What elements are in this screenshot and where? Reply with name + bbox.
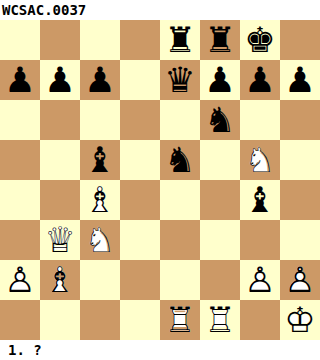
square-f7[interactable]: ♟: [200, 60, 240, 100]
square-e3[interactable]: [160, 220, 200, 260]
black-rook: ♜: [200, 20, 240, 60]
black-pawn: ♟: [280, 60, 320, 100]
square-e2[interactable]: [160, 260, 200, 300]
puzzle-id: WCSAC.0037: [0, 0, 320, 20]
square-e6[interactable]: [160, 100, 200, 140]
square-c6[interactable]: [80, 100, 120, 140]
square-h3[interactable]: [280, 220, 320, 260]
square-a5[interactable]: [0, 140, 40, 180]
square-a2[interactable]: ♟♙: [0, 260, 40, 300]
square-a1[interactable]: [0, 300, 40, 340]
square-g1[interactable]: [240, 300, 280, 340]
square-h1[interactable]: ♚♔: [280, 300, 320, 340]
square-g6[interactable]: [240, 100, 280, 140]
square-g4[interactable]: ♝: [240, 180, 280, 220]
square-d4[interactable]: [120, 180, 160, 220]
white-knight: ♞♘: [240, 140, 280, 180]
square-a7[interactable]: ♟: [0, 60, 40, 100]
move-prompt: 1. ?: [0, 340, 320, 360]
square-d2[interactable]: [120, 260, 160, 300]
square-c1[interactable]: [80, 300, 120, 340]
white-rook: ♜♖: [200, 300, 240, 340]
white-pawn: ♟♙: [0, 260, 40, 300]
square-d1[interactable]: [120, 300, 160, 340]
square-b8[interactable]: [40, 20, 80, 60]
square-a8[interactable]: [0, 20, 40, 60]
black-knight: ♞: [160, 140, 200, 180]
black-king: ♚: [240, 20, 280, 60]
square-d8[interactable]: [120, 20, 160, 60]
white-rook: ♜♖: [160, 300, 200, 340]
square-c7[interactable]: ♟: [80, 60, 120, 100]
square-f2[interactable]: [200, 260, 240, 300]
black-rook: ♜: [160, 20, 200, 60]
square-e7[interactable]: ♛: [160, 60, 200, 100]
square-b2[interactable]: ♝♗: [40, 260, 80, 300]
square-g7[interactable]: ♟: [240, 60, 280, 100]
square-h6[interactable]: [280, 100, 320, 140]
square-f4[interactable]: [200, 180, 240, 220]
square-f3[interactable]: [200, 220, 240, 260]
square-a3[interactable]: [0, 220, 40, 260]
square-a4[interactable]: [0, 180, 40, 220]
square-g5[interactable]: ♞♘: [240, 140, 280, 180]
square-f6[interactable]: ♞: [200, 100, 240, 140]
square-c2[interactable]: [80, 260, 120, 300]
square-b1[interactable]: [40, 300, 80, 340]
square-e4[interactable]: [160, 180, 200, 220]
square-g8[interactable]: ♚: [240, 20, 280, 60]
square-h8[interactable]: [280, 20, 320, 60]
black-queen: ♛: [160, 60, 200, 100]
square-f8[interactable]: ♜: [200, 20, 240, 60]
square-f1[interactable]: ♜♖: [200, 300, 240, 340]
square-d3[interactable]: [120, 220, 160, 260]
square-h2[interactable]: ♟♙: [280, 260, 320, 300]
square-e8[interactable]: ♜: [160, 20, 200, 60]
black-knight: ♞: [200, 100, 240, 140]
square-b4[interactable]: [40, 180, 80, 220]
white-pawn: ♟♙: [280, 260, 320, 300]
square-c8[interactable]: [80, 20, 120, 60]
white-knight: ♞♘: [80, 220, 120, 260]
square-a6[interactable]: [0, 100, 40, 140]
square-d6[interactable]: [120, 100, 160, 140]
square-c3[interactable]: ♞♘: [80, 220, 120, 260]
square-f5[interactable]: [200, 140, 240, 180]
black-bishop: ♝: [240, 180, 280, 220]
square-g3[interactable]: [240, 220, 280, 260]
square-h7[interactable]: ♟: [280, 60, 320, 100]
black-pawn: ♟: [0, 60, 40, 100]
square-e5[interactable]: ♞: [160, 140, 200, 180]
black-pawn: ♟: [80, 60, 120, 100]
black-pawn: ♟: [240, 60, 280, 100]
black-bishop: ♝: [80, 140, 120, 180]
white-pawn: ♟♙: [240, 260, 280, 300]
white-queen: ♛♕: [40, 220, 80, 260]
square-b5[interactable]: [40, 140, 80, 180]
square-d5[interactable]: [120, 140, 160, 180]
square-b3[interactable]: ♛♕: [40, 220, 80, 260]
white-bishop: ♝♗: [40, 260, 80, 300]
square-g2[interactable]: ♟♙: [240, 260, 280, 300]
chess-board: ♜♜♚♟♟♟♛♟♟♟♞♝♞♞♘♝♗♝♛♕♞♘♟♙♝♗♟♙♟♙♜♖♜♖♚♔: [0, 20, 320, 340]
square-h4[interactable]: [280, 180, 320, 220]
square-c5[interactable]: ♝: [80, 140, 120, 180]
chess-puzzle-window: WCSAC.0037 ♜♜♚♟♟♟♛♟♟♟♞♝♞♞♘♝♗♝♛♕♞♘♟♙♝♗♟♙♟…: [0, 0, 320, 360]
white-king: ♚♔: [280, 300, 320, 340]
black-pawn: ♟: [200, 60, 240, 100]
square-c4[interactable]: ♝♗: [80, 180, 120, 220]
square-d7[interactable]: [120, 60, 160, 100]
square-e1[interactable]: ♜♖: [160, 300, 200, 340]
square-h5[interactable]: [280, 140, 320, 180]
white-bishop: ♝♗: [80, 180, 120, 220]
square-b7[interactable]: ♟: [40, 60, 80, 100]
square-b6[interactable]: [40, 100, 80, 140]
black-pawn: ♟: [40, 60, 80, 100]
